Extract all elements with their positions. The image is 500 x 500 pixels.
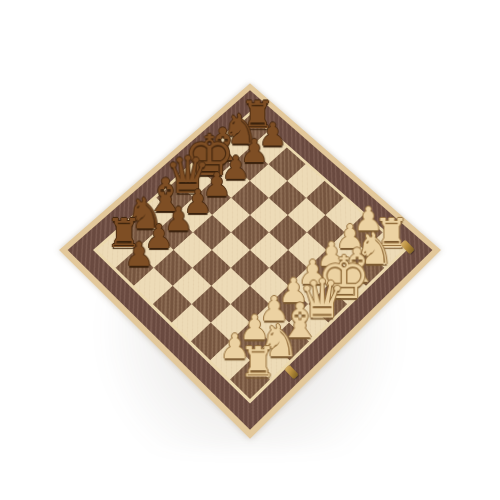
product-photo: ♜♞♝♛♚♝♞♜♟♟♟♟♟♟♟♟♟♟♟♟♟♟♟♟♜♞♝♛♚♝♞♜: [0, 0, 500, 500]
black-pawn[interactable]: ♟: [124, 237, 151, 270]
white-rook[interactable]: ♜: [239, 341, 267, 383]
